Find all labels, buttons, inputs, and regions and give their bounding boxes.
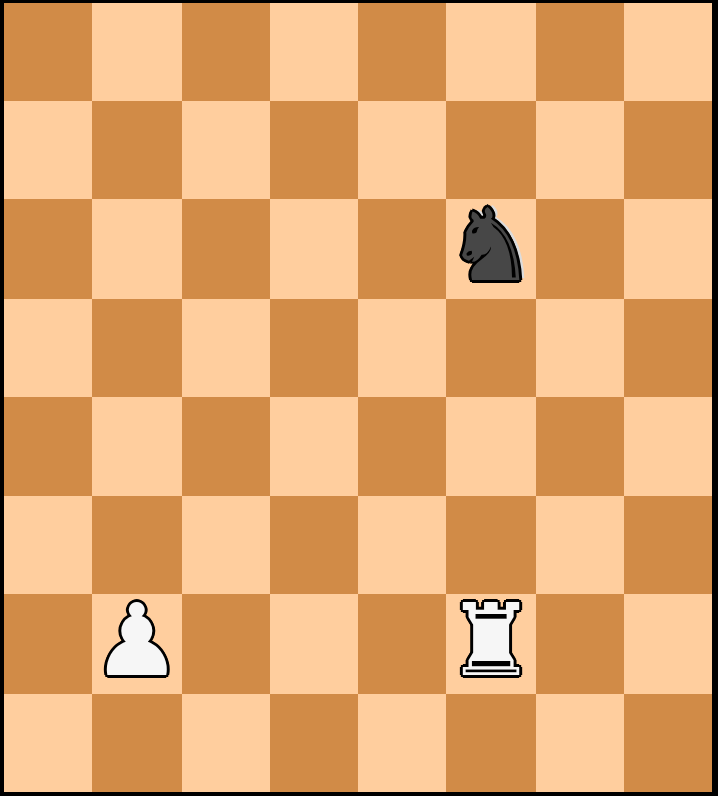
- square-g7[interactable]: [536, 101, 624, 199]
- square-h5[interactable]: [624, 299, 712, 397]
- square-d3[interactable]: [270, 496, 358, 594]
- square-c2[interactable]: [182, 594, 270, 694]
- square-g6[interactable]: [536, 199, 624, 299]
- square-e8[interactable]: [358, 3, 446, 101]
- square-e2[interactable]: [358, 594, 446, 694]
- square-c5[interactable]: [182, 299, 270, 397]
- square-d6[interactable]: [270, 199, 358, 299]
- square-g5[interactable]: [536, 299, 624, 397]
- square-b6[interactable]: [92, 199, 182, 299]
- square-a5[interactable]: [4, 299, 92, 397]
- square-f1[interactable]: [446, 694, 536, 792]
- square-f6[interactable]: ♞: [446, 199, 536, 299]
- square-c1[interactable]: [182, 694, 270, 792]
- square-d7[interactable]: [270, 101, 358, 199]
- chess-board: ♞♟♜: [0, 0, 718, 796]
- square-d2[interactable]: [270, 594, 358, 694]
- square-a6[interactable]: [4, 199, 92, 299]
- square-d1[interactable]: [270, 694, 358, 792]
- square-c8[interactable]: [182, 3, 270, 101]
- square-h8[interactable]: [624, 3, 712, 101]
- square-h1[interactable]: [624, 694, 712, 792]
- square-h4[interactable]: [624, 397, 712, 495]
- square-c7[interactable]: [182, 101, 270, 199]
- square-e1[interactable]: [358, 694, 446, 792]
- square-e4[interactable]: [358, 397, 446, 495]
- square-h2[interactable]: [624, 594, 712, 694]
- square-h7[interactable]: [624, 101, 712, 199]
- square-h6[interactable]: [624, 199, 712, 299]
- square-c3[interactable]: [182, 496, 270, 594]
- square-f3[interactable]: [446, 496, 536, 594]
- square-e6[interactable]: [358, 199, 446, 299]
- square-b4[interactable]: [92, 397, 182, 495]
- square-e7[interactable]: [358, 101, 446, 199]
- square-b2[interactable]: ♟: [92, 594, 182, 694]
- square-c6[interactable]: [182, 199, 270, 299]
- square-b3[interactable]: [92, 496, 182, 594]
- square-e5[interactable]: [358, 299, 446, 397]
- square-a8[interactable]: [4, 3, 92, 101]
- square-a1[interactable]: [4, 694, 92, 792]
- square-b8[interactable]: [92, 3, 182, 101]
- square-f4[interactable]: [446, 397, 536, 495]
- square-f5[interactable]: [446, 299, 536, 397]
- square-a7[interactable]: [4, 101, 92, 199]
- square-e3[interactable]: [358, 496, 446, 594]
- square-g2[interactable]: [536, 594, 624, 694]
- square-d5[interactable]: [270, 299, 358, 397]
- square-c4[interactable]: [182, 397, 270, 495]
- board-grid: ♞♟♜: [4, 3, 712, 792]
- black-knight[interactable]: ♞: [446, 196, 536, 296]
- square-g3[interactable]: [536, 496, 624, 594]
- white-rook[interactable]: ♜: [446, 591, 536, 691]
- square-f2[interactable]: ♜: [446, 594, 536, 694]
- square-a4[interactable]: [4, 397, 92, 495]
- square-a2[interactable]: [4, 594, 92, 694]
- white-pawn[interactable]: ♟: [92, 591, 182, 691]
- square-b7[interactable]: [92, 101, 182, 199]
- square-f8[interactable]: [446, 3, 536, 101]
- square-f7[interactable]: [446, 101, 536, 199]
- square-g4[interactable]: [536, 397, 624, 495]
- square-a3[interactable]: [4, 496, 92, 594]
- square-h3[interactable]: [624, 496, 712, 594]
- square-g1[interactable]: [536, 694, 624, 792]
- square-g8[interactable]: [536, 3, 624, 101]
- square-b1[interactable]: [92, 694, 182, 792]
- square-d4[interactable]: [270, 397, 358, 495]
- square-d8[interactable]: [270, 3, 358, 101]
- square-b5[interactable]: [92, 299, 182, 397]
